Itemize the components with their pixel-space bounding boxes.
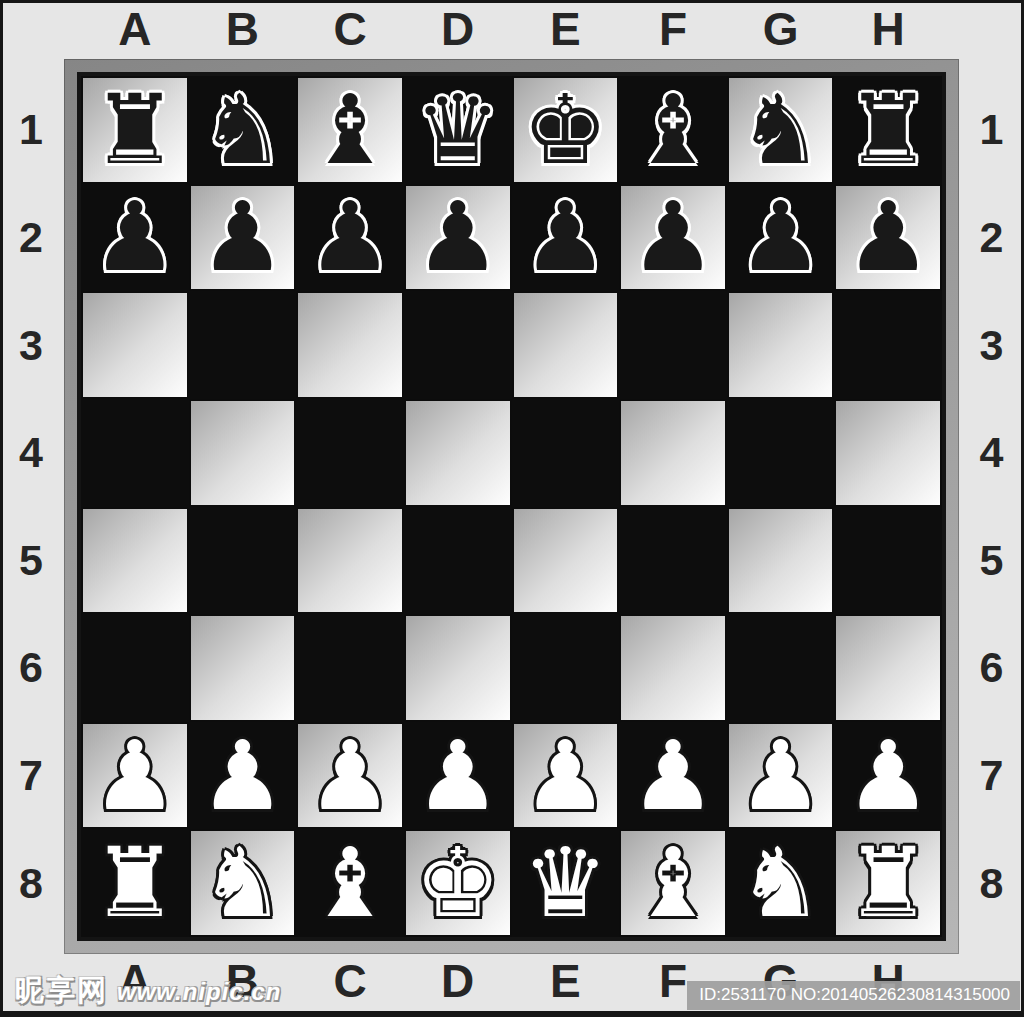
rank-labels-right: 12345678 (959, 76, 1024, 937)
square-d8: ♚ (404, 829, 512, 937)
square-a2: ♟ (81, 184, 189, 292)
square-e6 (512, 614, 620, 722)
square-h4 (834, 399, 942, 507)
piece-black-knight: ♞ (199, 82, 285, 178)
square-c7: ♟ (296, 722, 404, 830)
square-f7: ♟ (619, 722, 727, 830)
square-e7: ♟ (512, 722, 620, 830)
square-b7: ♟ (189, 722, 297, 830)
piece-white-pawn: ♟ (415, 728, 501, 824)
square-g8: ♞ (727, 829, 835, 937)
file-label-bottom-c: C (296, 953, 404, 1009)
piece-white-bishop: ♝ (630, 835, 716, 931)
square-b8: ♞ (189, 829, 297, 937)
square-a3 (81, 291, 189, 399)
chess-board-frame: ♜♞♝♛♚♝♞♜♟♟♟♟♟♟♟♟♟♟♟♟♟♟♟♟♜♞♝♚♛♝♞♜ (77, 72, 946, 941)
watermark-site: 昵享网 www.nipic.cn (15, 971, 281, 1011)
square-a5 (81, 507, 189, 615)
piece-black-queen: ♛ (415, 82, 501, 178)
square-h8: ♜ (834, 829, 942, 937)
piece-white-pawn: ♟ (738, 728, 824, 824)
square-c4 (296, 399, 404, 507)
rank-label-right-3: 3 (959, 291, 1024, 399)
rank-label-right-6: 6 (959, 614, 1024, 722)
square-b1: ♞ (189, 76, 297, 184)
square-d2: ♟ (404, 184, 512, 292)
piece-black-rook: ♜ (845, 82, 931, 178)
site-url: www.nipic.cn (117, 978, 281, 1006)
square-e8: ♛ (512, 829, 620, 937)
square-f1: ♝ (619, 76, 727, 184)
piece-black-pawn: ♟ (415, 189, 501, 285)
rank-label-left-1: 1 (0, 76, 62, 184)
rank-label-left-2: 2 (0, 184, 62, 292)
square-c6 (296, 614, 404, 722)
file-labels-top: ABCDEFGH (81, 0, 942, 58)
square-e1: ♚ (512, 76, 620, 184)
piece-white-rook: ♜ (845, 835, 931, 931)
square-b6 (189, 614, 297, 722)
square-g1: ♞ (727, 76, 835, 184)
square-g3 (727, 291, 835, 399)
square-e2: ♟ (512, 184, 620, 292)
piece-white-pawn: ♟ (845, 728, 931, 824)
square-f3 (619, 291, 727, 399)
square-e3 (512, 291, 620, 399)
square-f2: ♟ (619, 184, 727, 292)
file-label-bottom-e: E (512, 953, 620, 1009)
file-label-top-b: B (189, 0, 297, 58)
file-label-top-c: C (296, 0, 404, 58)
file-label-top-e: E (512, 0, 620, 58)
square-b5 (189, 507, 297, 615)
piece-black-pawn: ♟ (92, 189, 178, 285)
piece-white-pawn: ♟ (307, 728, 393, 824)
piece-white-king: ♚ (415, 835, 501, 931)
square-a8: ♜ (81, 829, 189, 937)
chess-board-bezel: ♜♞♝♛♚♝♞♜♟♟♟♟♟♟♟♟♟♟♟♟♟♟♟♟♜♞♝♚♛♝♞♜ (64, 59, 959, 954)
piece-black-pawn: ♟ (845, 189, 931, 285)
square-f8: ♝ (619, 829, 727, 937)
square-f4 (619, 399, 727, 507)
rank-labels-left: 12345678 (0, 76, 62, 937)
file-label-top-a: A (81, 0, 189, 58)
rank-label-left-6: 6 (0, 614, 62, 722)
square-g7: ♟ (727, 722, 835, 830)
chess-board: ♜♞♝♛♚♝♞♜♟♟♟♟♟♟♟♟♟♟♟♟♟♟♟♟♜♞♝♚♛♝♞♜ (81, 76, 942, 937)
square-h5 (834, 507, 942, 615)
rank-label-left-5: 5 (0, 507, 62, 615)
square-d7: ♟ (404, 722, 512, 830)
piece-black-rook: ♜ (92, 82, 178, 178)
square-h2: ♟ (834, 184, 942, 292)
rank-label-right-4: 4 (959, 399, 1024, 507)
rank-label-right-1: 1 (959, 76, 1024, 184)
square-h7: ♟ (834, 722, 942, 830)
rank-label-left-8: 8 (0, 829, 62, 937)
piece-black-king: ♚ (522, 82, 608, 178)
rank-label-left-4: 4 (0, 399, 62, 507)
square-a6 (81, 614, 189, 722)
piece-white-knight: ♞ (738, 835, 824, 931)
square-h3 (834, 291, 942, 399)
piece-white-knight: ♞ (199, 835, 285, 931)
square-f6 (619, 614, 727, 722)
square-c8: ♝ (296, 829, 404, 937)
file-label-top-h: H (834, 0, 942, 58)
file-label-top-f: F (619, 0, 727, 58)
piece-black-knight: ♞ (738, 82, 824, 178)
square-b2: ♟ (189, 184, 297, 292)
piece-black-bishop: ♝ (307, 82, 393, 178)
piece-white-queen: ♛ (522, 835, 608, 931)
square-c3 (296, 291, 404, 399)
rank-label-right-7: 7 (959, 722, 1024, 830)
site-logo: 昵享网 (15, 971, 108, 1011)
piece-black-pawn: ♟ (738, 189, 824, 285)
square-g6 (727, 614, 835, 722)
rank-label-right-5: 5 (959, 507, 1024, 615)
square-c1: ♝ (296, 76, 404, 184)
square-d5 (404, 507, 512, 615)
piece-white-pawn: ♟ (199, 728, 285, 824)
square-d3 (404, 291, 512, 399)
square-b4 (189, 399, 297, 507)
square-c2: ♟ (296, 184, 404, 292)
file-label-top-d: D (404, 0, 512, 58)
square-a1: ♜ (81, 76, 189, 184)
piece-black-pawn: ♟ (522, 189, 608, 285)
file-label-bottom-d: D (404, 953, 512, 1009)
piece-black-pawn: ♟ (630, 189, 716, 285)
rank-label-right-2: 2 (959, 184, 1024, 292)
square-a4 (81, 399, 189, 507)
piece-white-pawn: ♟ (92, 728, 178, 824)
square-d4 (404, 399, 512, 507)
square-f5 (619, 507, 727, 615)
square-d1: ♛ (404, 76, 512, 184)
square-e5 (512, 507, 620, 615)
square-h6 (834, 614, 942, 722)
rank-label-left-7: 7 (0, 722, 62, 830)
piece-black-bishop: ♝ (630, 82, 716, 178)
square-c5 (296, 507, 404, 615)
square-h1: ♜ (834, 76, 942, 184)
file-label-top-g: G (727, 0, 835, 58)
square-g2: ♟ (727, 184, 835, 292)
stock-image-chess-diagram: ABCDEFGH 12345678 ♜♞♝♛♚♝♞♜♟♟♟♟♟♟♟♟♟♟♟♟♟♟… (0, 0, 1024, 1017)
piece-black-pawn: ♟ (307, 189, 393, 285)
square-d6 (404, 614, 512, 722)
watermark-id-badge: ID:2531170 NO:20140526230814315000 (687, 981, 1020, 1010)
piece-white-pawn: ♟ (630, 728, 716, 824)
square-a7: ♟ (81, 722, 189, 830)
piece-white-pawn: ♟ (522, 728, 608, 824)
square-e4 (512, 399, 620, 507)
piece-black-pawn: ♟ (199, 189, 285, 285)
square-g5 (727, 507, 835, 615)
rank-label-right-8: 8 (959, 829, 1024, 937)
piece-white-rook: ♜ (92, 835, 178, 931)
rank-label-left-3: 3 (0, 291, 62, 399)
piece-white-bishop: ♝ (307, 835, 393, 931)
square-g4 (727, 399, 835, 507)
square-b3 (189, 291, 297, 399)
